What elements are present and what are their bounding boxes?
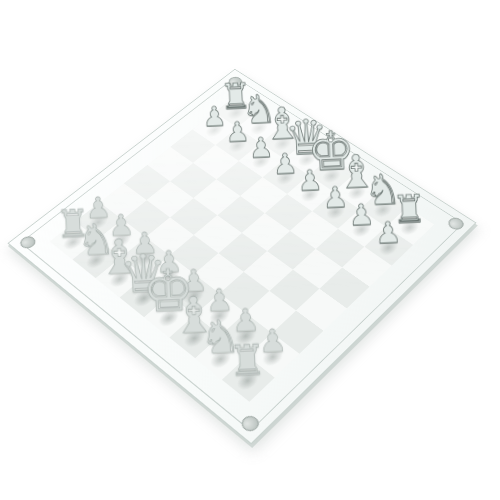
piece-clear-pawn: ♟ xyxy=(272,150,298,179)
board-square xyxy=(217,196,264,233)
corner-pad-right xyxy=(445,215,466,232)
piece-clear-pawn: ♟ xyxy=(225,118,251,146)
piece-clear-pawn: ♟ xyxy=(322,183,349,213)
corner-pad-left xyxy=(17,234,38,251)
piece-frosted-rook: ♜ xyxy=(228,339,267,382)
piece-clear-pawn: ♟ xyxy=(297,166,324,195)
piece-clear-pawn: ♟ xyxy=(348,200,375,230)
piece-clear-pawn: ♟ xyxy=(248,134,274,163)
piece-clear-pawn: ♟ xyxy=(374,218,402,248)
product-photo-scene: ♜♟♟♜♞♟♟♞♝♟♟♝♛♟♟♛♚♟♟♚♝♟♟♝♞♟♟♞♜♟♟♜ xyxy=(0,0,500,500)
piece-clear-pawn: ♟ xyxy=(202,103,227,131)
checker-area: ♜♟♟♜♞♟♟♞♝♟♟♝♛♟♟♛♚♟♟♚♝♟♟♝♞♟♟♞♜♟♟♜ xyxy=(50,96,434,402)
glass-chessboard: ♜♟♟♜♞♟♟♞♝♟♟♝♛♟♟♛♚♟♟♚♝♟♟♝♞♟♟♞♜♟♟♜ xyxy=(7,69,476,445)
corner-pad-bottom xyxy=(238,413,262,434)
